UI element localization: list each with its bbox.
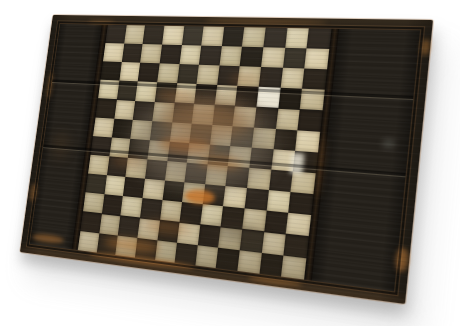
board-cell[interactable]: [133, 101, 155, 121]
board-cell[interactable]: [123, 177, 145, 198]
board-cell[interactable]: [172, 103, 194, 123]
board-cell[interactable]: [128, 139, 150, 160]
board-cell[interactable]: [242, 209, 266, 232]
board-cell[interactable]: [152, 102, 174, 122]
board-cell[interactable]: [177, 223, 200, 246]
board-cell[interactable]: [263, 28, 287, 48]
board-cell[interactable]: [242, 27, 266, 47]
board-cell[interactable]: [280, 68, 304, 89]
board-cell[interactable]: [273, 129, 298, 151]
board-cell[interactable]: [278, 88, 302, 109]
board-cell[interactable]: [131, 120, 153, 140]
board-cell[interactable]: [100, 62, 121, 82]
board-cell[interactable]: [238, 66, 262, 87]
board-cell[interactable]: [226, 166, 250, 188]
board-cell[interactable]: [93, 117, 114, 137]
board-cell[interactable]: [201, 27, 224, 47]
gameboard: [20, 15, 433, 304]
photo-background: [0, 0, 460, 326]
board-cell[interactable]: [179, 45, 201, 65]
board-cell[interactable]: [98, 80, 119, 99]
board-cell[interactable]: [147, 140, 169, 161]
board-cell[interactable]: [285, 28, 309, 48]
board-cell[interactable]: [157, 220, 180, 242]
board-cell[interactable]: [235, 86, 258, 107]
board-cell[interactable]: [135, 82, 157, 102]
board-cell[interactable]: [162, 181, 185, 203]
board-cell[interactable]: [214, 85, 237, 106]
board-cell[interactable]: [218, 227, 242, 250]
board-cell[interactable]: [233, 106, 257, 127]
board-cell[interactable]: [240, 47, 263, 67]
board-cell[interactable]: [162, 26, 184, 45]
board-cell[interactable]: [271, 149, 296, 172]
board-cell[interactable]: [160, 201, 182, 223]
board-cell[interactable]: [197, 65, 220, 85]
board-cell[interactable]: [106, 25, 127, 44]
board-cell[interactable]: [252, 127, 276, 149]
board-cell[interactable]: [116, 236, 138, 258]
board-cell[interactable]: [302, 69, 327, 91]
board-cell[interactable]: [300, 89, 324, 110]
board-cell[interactable]: [157, 64, 179, 84]
board-cell[interactable]: [237, 250, 261, 274]
board-cell[interactable]: [177, 64, 199, 84]
board-cell[interactable]: [187, 143, 210, 165]
board-cell[interactable]: [281, 255, 306, 279]
board-cell[interactable]: [190, 124, 213, 145]
board-cell[interactable]: [216, 248, 240, 271]
board-cell[interactable]: [112, 119, 133, 139]
board-cell[interactable]: [192, 104, 215, 125]
board-cell[interactable]: [83, 193, 104, 214]
board-cell[interactable]: [219, 46, 242, 66]
board-cell[interactable]: [254, 107, 278, 129]
board-cell[interactable]: [135, 238, 157, 260]
board-cell[interactable]: [221, 207, 245, 230]
board-cell[interactable]: [118, 216, 140, 238]
board-cell[interactable]: [119, 62, 140, 81]
board-cell[interactable]: [91, 136, 112, 156]
board-cell[interactable]: [307, 28, 332, 49]
board-cell[interactable]: [137, 218, 159, 240]
board-cell[interactable]: [305, 49, 330, 70]
board-cell[interactable]: [145, 160, 167, 181]
board-cell[interactable]: [180, 203, 203, 225]
board-cell[interactable]: [249, 148, 273, 170]
board-cell[interactable]: [78, 231, 99, 253]
board-cell[interactable]: [289, 193, 314, 216]
board-cell[interactable]: [228, 146, 252, 168]
board-cell[interactable]: [210, 125, 233, 146]
board-cell[interactable]: [194, 85, 217, 105]
board-cell[interactable]: [142, 179, 164, 200]
board-cell[interactable]: [121, 44, 142, 63]
board-cell[interactable]: [143, 25, 165, 44]
board-cell[interactable]: [269, 170, 293, 192]
board-cell[interactable]: [121, 197, 143, 218]
board-cell[interactable]: [150, 121, 172, 142]
board-cell[interactable]: [155, 240, 177, 262]
board-cell[interactable]: [284, 234, 309, 258]
board-cell[interactable]: [199, 46, 222, 66]
board-cell[interactable]: [286, 213, 311, 237]
board-cell[interactable]: [259, 67, 283, 88]
board-cell[interactable]: [259, 253, 284, 277]
board-cell[interactable]: [175, 243, 198, 266]
board-cell[interactable]: [293, 151, 318, 174]
board-cell[interactable]: [155, 83, 177, 103]
board-cell[interactable]: [138, 63, 160, 83]
board-cell[interactable]: [174, 83, 197, 104]
board-cell[interactable]: [245, 188, 269, 210]
board-cell[interactable]: [169, 122, 192, 143]
board-cell[interactable]: [296, 130, 321, 152]
board-cell[interactable]: [240, 229, 264, 252]
board-cell[interactable]: [247, 168, 271, 190]
board-cell[interactable]: [181, 26, 203, 46]
board-cell[interactable]: [261, 47, 285, 68]
checkerboard: [78, 25, 332, 280]
board-cell[interactable]: [195, 245, 218, 268]
board-cell[interactable]: [184, 163, 207, 185]
board-cell[interactable]: [262, 232, 287, 256]
board-cell[interactable]: [223, 186, 247, 209]
board-cell[interactable]: [231, 126, 255, 148]
board-cell[interactable]: [283, 48, 307, 69]
board-cell[interactable]: [205, 165, 228, 187]
board-cell[interactable]: [140, 199, 162, 221]
board-cell[interactable]: [85, 174, 106, 195]
board-cell[interactable]: [291, 171, 316, 194]
board-cell[interactable]: [266, 190, 290, 213]
board-cell[interactable]: [126, 158, 148, 179]
board-cell[interactable]: [264, 211, 288, 234]
board-cell[interactable]: [114, 100, 135, 120]
board-cell[interactable]: [298, 110, 323, 132]
board-cell[interactable]: [257, 87, 281, 108]
board-cell[interactable]: [182, 183, 205, 205]
board-cell[interactable]: [200, 205, 223, 228]
board-cell[interactable]: [160, 45, 182, 65]
board-cell[interactable]: [276, 108, 301, 130]
board-cell[interactable]: [140, 44, 162, 63]
